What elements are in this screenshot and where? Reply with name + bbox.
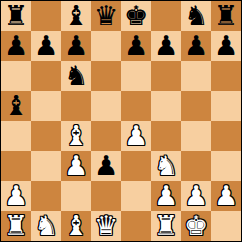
white-pawn[interactable]: ♟ — [64, 151, 88, 181]
square-e4[interactable]: ♟ — [121, 121, 151, 151]
square-f1[interactable]: ♜ — [151, 211, 181, 241]
chess-board-frame: ♜♝♛♚♞♜♟♟♟♟♟♟♟♞♝♝♟♟♟♞♟♟♟♟♜♞♝♛♜♚ — [0, 0, 242, 242]
square-g3[interactable] — [181, 151, 211, 181]
square-h7[interactable]: ♟ — [211, 31, 241, 61]
square-f2[interactable]: ♟ — [151, 181, 181, 211]
white-pawn[interactable]: ♟ — [184, 181, 208, 211]
black-pawn[interactable]: ♟ — [34, 31, 58, 61]
square-e2[interactable] — [121, 181, 151, 211]
square-a7[interactable]: ♟ — [1, 31, 31, 61]
square-a3[interactable] — [1, 151, 31, 181]
chess-board: ♜♝♛♚♞♜♟♟♟♟♟♟♟♞♝♝♟♟♟♞♟♟♟♟♜♞♝♛♜♚ — [1, 1, 241, 241]
square-a8[interactable]: ♜ — [1, 1, 31, 31]
black-pawn[interactable]: ♟ — [214, 31, 238, 61]
white-pawn[interactable]: ♟ — [124, 121, 148, 151]
square-b6[interactable] — [31, 61, 61, 91]
white-rook[interactable]: ♜ — [4, 211, 28, 241]
square-g7[interactable]: ♟ — [181, 31, 211, 61]
square-h2[interactable]: ♟ — [211, 181, 241, 211]
black-rook[interactable]: ♜ — [214, 1, 238, 31]
square-b2[interactable] — [31, 181, 61, 211]
white-pawn[interactable]: ♟ — [4, 181, 28, 211]
square-c6[interactable]: ♞ — [61, 61, 91, 91]
square-a5[interactable]: ♝ — [1, 91, 31, 121]
black-bishop[interactable]: ♝ — [4, 91, 28, 121]
black-pawn[interactable]: ♟ — [4, 31, 28, 61]
white-bishop[interactable]: ♝ — [64, 211, 88, 241]
square-c4[interactable]: ♝ — [61, 121, 91, 151]
square-d3[interactable]: ♟ — [91, 151, 121, 181]
black-king[interactable]: ♚ — [124, 1, 148, 31]
square-d2[interactable] — [91, 181, 121, 211]
square-b7[interactable]: ♟ — [31, 31, 61, 61]
white-king[interactable]: ♚ — [184, 211, 208, 241]
white-knight[interactable]: ♞ — [154, 151, 178, 181]
white-queen[interactable]: ♛ — [94, 211, 118, 241]
square-f6[interactable] — [151, 61, 181, 91]
black-pawn[interactable]: ♟ — [94, 151, 118, 181]
square-h1[interactable] — [211, 211, 241, 241]
square-a2[interactable]: ♟ — [1, 181, 31, 211]
square-d8[interactable]: ♛ — [91, 1, 121, 31]
square-d7[interactable] — [91, 31, 121, 61]
square-d5[interactable] — [91, 91, 121, 121]
black-pawn[interactable]: ♟ — [154, 31, 178, 61]
square-f4[interactable] — [151, 121, 181, 151]
white-pawn[interactable]: ♟ — [154, 181, 178, 211]
black-pawn[interactable]: ♟ — [184, 31, 208, 61]
square-b3[interactable] — [31, 151, 61, 181]
square-c7[interactable]: ♟ — [61, 31, 91, 61]
square-h5[interactable] — [211, 91, 241, 121]
square-b5[interactable] — [31, 91, 61, 121]
square-b4[interactable] — [31, 121, 61, 151]
square-d1[interactable]: ♛ — [91, 211, 121, 241]
square-g4[interactable] — [181, 121, 211, 151]
square-c3[interactable]: ♟ — [61, 151, 91, 181]
square-e1[interactable] — [121, 211, 151, 241]
square-e8[interactable]: ♚ — [121, 1, 151, 31]
square-d6[interactable] — [91, 61, 121, 91]
square-e3[interactable] — [121, 151, 151, 181]
square-b8[interactable] — [31, 1, 61, 31]
square-h4[interactable] — [211, 121, 241, 151]
square-g5[interactable] — [181, 91, 211, 121]
square-b1[interactable]: ♞ — [31, 211, 61, 241]
square-e5[interactable] — [121, 91, 151, 121]
white-rook[interactable]: ♜ — [154, 211, 178, 241]
black-bishop[interactable]: ♝ — [64, 1, 88, 31]
black-pawn[interactable]: ♟ — [124, 31, 148, 61]
square-d4[interactable] — [91, 121, 121, 151]
white-pawn[interactable]: ♟ — [214, 181, 238, 211]
square-h8[interactable]: ♜ — [211, 1, 241, 31]
white-knight[interactable]: ♞ — [34, 211, 58, 241]
square-g2[interactable]: ♟ — [181, 181, 211, 211]
black-pawn[interactable]: ♟ — [64, 31, 88, 61]
square-f7[interactable]: ♟ — [151, 31, 181, 61]
square-a4[interactable] — [1, 121, 31, 151]
white-bishop[interactable]: ♝ — [64, 121, 88, 151]
black-rook[interactable]: ♜ — [4, 1, 28, 31]
square-f3[interactable]: ♞ — [151, 151, 181, 181]
square-h6[interactable] — [211, 61, 241, 91]
square-e7[interactable]: ♟ — [121, 31, 151, 61]
square-a1[interactable]: ♜ — [1, 211, 31, 241]
black-knight[interactable]: ♞ — [184, 1, 208, 31]
square-c5[interactable] — [61, 91, 91, 121]
square-c8[interactable]: ♝ — [61, 1, 91, 31]
black-queen[interactable]: ♛ — [94, 1, 118, 31]
square-g6[interactable] — [181, 61, 211, 91]
square-c2[interactable] — [61, 181, 91, 211]
square-a6[interactable] — [1, 61, 31, 91]
square-g1[interactable]: ♚ — [181, 211, 211, 241]
square-c1[interactable]: ♝ — [61, 211, 91, 241]
square-h3[interactable] — [211, 151, 241, 181]
square-f5[interactable] — [151, 91, 181, 121]
square-g8[interactable]: ♞ — [181, 1, 211, 31]
black-knight[interactable]: ♞ — [64, 61, 88, 91]
square-e6[interactable] — [121, 61, 151, 91]
square-f8[interactable] — [151, 1, 181, 31]
